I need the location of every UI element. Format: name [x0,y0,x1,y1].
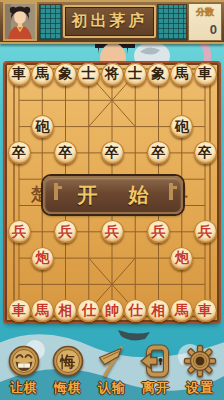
piece-black-卒[interactable]: 卒 [8,141,31,164]
scroll-ornament-icon [50,184,61,206]
gear-icon [183,344,217,378]
piece-black-卒[interactable]: 卒 [101,141,124,164]
top-bar: 初出茅庐 分数 0 [0,0,224,44]
piece-black-砲[interactable]: 砲 [31,115,54,138]
piece-red-馬[interactable]: 馬 [31,299,54,322]
level-title: 初出茅庐 [72,11,148,32]
handicap-button[interactable]: 让棋 [2,344,46,397]
score-label: 分数 [189,6,221,19]
piece-black-馬[interactable]: 馬 [31,63,54,86]
handicap-button-label: 让棋 [10,379,38,397]
piece-red-兵[interactable]: 兵 [194,220,217,243]
scroll-ornament-icon [165,184,176,206]
piece-black-馬[interactable]: 馬 [170,63,193,86]
xiangqi-board[interactable]: 楚河 漢界 車馬象士将士象馬車砲砲卒卒卒卒卒兵兵兵兵兵炮炮車馬相仕帥仕相馬車 开… [5,63,219,322]
start-button-label: 开 始 [78,182,162,209]
settings-button-label: 设置 [186,379,214,397]
piece-red-炮[interactable]: 炮 [170,247,193,270]
leave-button-label: 离开 [142,379,170,397]
piece-red-車[interactable]: 車 [194,299,217,322]
piece-black-士[interactable]: 士 [77,63,100,86]
resign-button-label: 认输 [98,379,126,397]
undo-move-button[interactable]: 悔 悔棋 [46,344,90,397]
svg-text:悔: 悔 [60,354,76,370]
laugh-face-icon [7,344,41,378]
piece-black-将[interactable]: 将 [101,63,124,86]
piece-red-車[interactable]: 車 [8,299,31,322]
resign-button[interactable]: 认输 [90,344,134,397]
white-flag-icon [95,344,129,378]
piece-black-車[interactable]: 車 [194,63,217,86]
piece-red-兵[interactable]: 兵 [101,220,124,243]
start-button[interactable]: 开 始 [43,176,183,214]
piece-black-象[interactable]: 象 [147,63,170,86]
score-panel: 分数 0 [188,3,222,41]
exit-door-icon [139,344,173,378]
undo-move-button-label: 悔棋 [54,379,82,397]
lattice-panel-right [157,4,187,40]
piece-black-象[interactable]: 象 [54,63,77,86]
piece-red-兵[interactable]: 兵 [8,220,31,243]
piece-red-帥[interactable]: 帥 [101,299,124,322]
piece-red-炮[interactable]: 炮 [31,247,54,270]
score-value: 0 [189,22,221,37]
settings-button[interactable]: 设置 [178,344,222,397]
piece-black-士[interactable]: 士 [124,63,147,86]
regret-coin-icon: 悔 [51,344,85,378]
piece-red-仕[interactable]: 仕 [124,299,147,322]
lattice-panel-left [39,4,62,40]
level-title-plaque: 初出茅庐 [63,5,156,38]
leave-button[interactable]: 离开 [134,344,178,397]
piece-black-車[interactable]: 車 [8,63,31,86]
piece-black-卒[interactable]: 卒 [194,141,217,164]
avatar-portrait-art [5,4,35,39]
game-screen: 初出茅庐 分数 0 [0,0,224,400]
bottom-toolbar: 让棋 悔 悔棋 认输 [0,334,224,400]
player-avatar[interactable] [3,2,37,41]
